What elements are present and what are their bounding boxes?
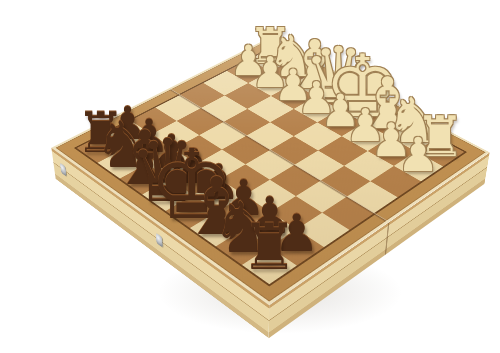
fold-seam-side xyxy=(385,222,390,255)
board-squares xyxy=(74,47,467,286)
chess-board xyxy=(51,37,489,305)
metal-clasp xyxy=(60,163,67,177)
board-top-face xyxy=(51,37,489,305)
product-photo: ♜♞♝♛♚♝♞♜♟♟♟♟♟♟♟♟♟♟♟♟♟♟♟♟♜♞♝♛♚♝♞♜ xyxy=(0,0,500,353)
metal-clasp xyxy=(156,233,163,248)
board-3d-scene xyxy=(0,0,500,353)
